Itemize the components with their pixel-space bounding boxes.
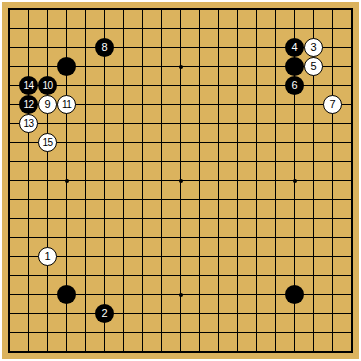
board-point[interactable]	[209, 247, 228, 266]
board-point[interactable]	[133, 171, 152, 190]
board-point[interactable]	[57, 114, 76, 133]
board-point[interactable]	[19, 152, 38, 171]
board-point[interactable]	[0, 19, 19, 38]
board-point[interactable]	[95, 228, 114, 247]
board-point[interactable]	[57, 323, 76, 342]
board-point[interactable]	[304, 133, 323, 152]
board-point[interactable]	[190, 57, 209, 76]
board-point[interactable]	[57, 133, 76, 152]
board-point[interactable]	[304, 76, 323, 95]
board-point[interactable]	[209, 76, 228, 95]
board-point[interactable]	[0, 0, 19, 19]
board-point[interactable]	[114, 266, 133, 285]
board-point[interactable]	[171, 133, 190, 152]
board-point[interactable]	[190, 190, 209, 209]
board-point[interactable]	[95, 95, 114, 114]
board-point[interactable]	[19, 285, 38, 304]
board-point[interactable]	[266, 323, 285, 342]
board-point[interactable]	[152, 171, 171, 190]
board-point[interactable]	[114, 0, 133, 19]
board-point[interactable]	[266, 190, 285, 209]
board-point[interactable]	[247, 285, 266, 304]
board-point[interactable]	[190, 285, 209, 304]
board-point[interactable]	[209, 171, 228, 190]
board-point[interactable]	[228, 323, 247, 342]
board-point[interactable]	[19, 133, 38, 152]
board-point[interactable]	[342, 0, 361, 19]
board-point[interactable]	[133, 285, 152, 304]
board-point[interactable]	[247, 171, 266, 190]
board-point[interactable]	[285, 114, 304, 133]
board-point[interactable]	[76, 114, 95, 133]
board-point[interactable]	[95, 266, 114, 285]
board-point[interactable]	[228, 342, 247, 361]
board-point[interactable]	[0, 323, 19, 342]
board-point[interactable]	[228, 190, 247, 209]
board-point[interactable]	[114, 114, 133, 133]
board-point[interactable]	[247, 266, 266, 285]
board-point[interactable]	[228, 133, 247, 152]
board-point[interactable]	[247, 114, 266, 133]
board-point[interactable]	[76, 95, 95, 114]
board-point[interactable]	[342, 19, 361, 38]
board-point[interactable]	[0, 38, 19, 57]
board-point[interactable]	[190, 209, 209, 228]
board-point[interactable]	[38, 304, 57, 323]
board-point[interactable]	[266, 38, 285, 57]
board-point[interactable]	[152, 38, 171, 57]
board-point[interactable]	[285, 247, 304, 266]
board-point[interactable]	[342, 190, 361, 209]
board-point[interactable]	[171, 304, 190, 323]
board-point[interactable]	[152, 190, 171, 209]
board-point[interactable]	[114, 57, 133, 76]
board-point[interactable]	[19, 228, 38, 247]
board-point[interactable]	[247, 19, 266, 38]
board-point[interactable]	[304, 0, 323, 19]
board-point[interactable]	[342, 285, 361, 304]
board-point[interactable]	[38, 285, 57, 304]
board-point[interactable]	[0, 95, 19, 114]
board-point[interactable]	[114, 323, 133, 342]
board-point[interactable]	[0, 171, 19, 190]
board-point[interactable]	[57, 304, 76, 323]
board-point[interactable]	[133, 38, 152, 57]
board-point[interactable]	[304, 190, 323, 209]
board-point[interactable]	[285, 190, 304, 209]
board-point[interactable]	[152, 133, 171, 152]
board-point[interactable]	[133, 19, 152, 38]
board-point[interactable]	[152, 228, 171, 247]
board-point[interactable]	[266, 209, 285, 228]
board-point[interactable]	[95, 247, 114, 266]
board-point[interactable]	[38, 342, 57, 361]
board-point[interactable]	[323, 190, 342, 209]
board-point[interactable]	[38, 323, 57, 342]
board-point[interactable]	[228, 285, 247, 304]
board-point[interactable]	[171, 171, 190, 190]
board-point[interactable]	[152, 152, 171, 171]
board-point[interactable]	[209, 266, 228, 285]
board-point[interactable]	[76, 266, 95, 285]
board-point[interactable]	[190, 114, 209, 133]
board-point[interactable]	[266, 285, 285, 304]
board-point[interactable]	[342, 57, 361, 76]
board-point[interactable]	[152, 247, 171, 266]
board-point[interactable]	[247, 38, 266, 57]
board-point[interactable]	[57, 152, 76, 171]
board-point[interactable]	[114, 76, 133, 95]
board-point[interactable]	[57, 228, 76, 247]
board-point[interactable]	[76, 228, 95, 247]
board-point[interactable]	[266, 76, 285, 95]
board-point[interactable]	[285, 19, 304, 38]
board-point[interactable]	[228, 76, 247, 95]
board-point[interactable]	[19, 57, 38, 76]
board-point[interactable]	[247, 57, 266, 76]
board-point[interactable]	[152, 266, 171, 285]
board-point[interactable]	[0, 114, 19, 133]
board-point[interactable]	[247, 152, 266, 171]
board-point[interactable]	[266, 342, 285, 361]
board-point[interactable]	[209, 114, 228, 133]
board-point[interactable]	[152, 323, 171, 342]
board-point[interactable]	[114, 228, 133, 247]
board-point[interactable]	[19, 171, 38, 190]
board-point[interactable]	[304, 171, 323, 190]
board-point[interactable]	[342, 228, 361, 247]
board-point[interactable]	[38, 209, 57, 228]
board-point[interactable]	[323, 209, 342, 228]
board-point[interactable]	[171, 76, 190, 95]
board-point[interactable]	[57, 190, 76, 209]
board-point[interactable]	[114, 133, 133, 152]
board-point[interactable]	[323, 0, 342, 19]
board-point[interactable]	[76, 285, 95, 304]
board-point[interactable]	[171, 19, 190, 38]
board-point[interactable]	[228, 38, 247, 57]
board-point[interactable]	[247, 76, 266, 95]
board-point[interactable]	[228, 266, 247, 285]
board-point[interactable]	[190, 266, 209, 285]
board-point[interactable]	[114, 285, 133, 304]
board-point[interactable]	[342, 152, 361, 171]
board-point[interactable]	[342, 171, 361, 190]
board-point[interactable]	[95, 285, 114, 304]
board-point[interactable]	[342, 38, 361, 57]
board-point[interactable]	[342, 304, 361, 323]
board-point[interactable]	[285, 171, 304, 190]
board-point[interactable]	[228, 209, 247, 228]
board-point[interactable]	[342, 323, 361, 342]
board-point[interactable]	[38, 171, 57, 190]
board-point[interactable]	[57, 0, 76, 19]
board-point[interactable]	[133, 76, 152, 95]
board-point[interactable]	[114, 209, 133, 228]
board-point[interactable]	[76, 57, 95, 76]
board-point[interactable]	[171, 95, 190, 114]
board-point[interactable]	[152, 285, 171, 304]
board-point[interactable]	[152, 19, 171, 38]
board-point[interactable]	[304, 323, 323, 342]
board-point[interactable]	[247, 247, 266, 266]
board-point[interactable]	[133, 304, 152, 323]
board-point[interactable]	[133, 57, 152, 76]
board-point[interactable]	[285, 266, 304, 285]
board-point[interactable]	[114, 247, 133, 266]
board-point[interactable]	[266, 133, 285, 152]
board-point[interactable]	[285, 209, 304, 228]
board-point[interactable]	[57, 171, 76, 190]
board-point[interactable]	[57, 342, 76, 361]
board-point[interactable]	[133, 152, 152, 171]
board-point[interactable]	[209, 38, 228, 57]
board-point[interactable]	[0, 57, 19, 76]
board-point[interactable]	[19, 342, 38, 361]
board-point[interactable]	[76, 133, 95, 152]
board-point[interactable]	[247, 209, 266, 228]
board-point[interactable]	[285, 228, 304, 247]
board-point[interactable]	[114, 342, 133, 361]
board-point[interactable]	[57, 247, 76, 266]
board-point[interactable]	[190, 95, 209, 114]
board-point[interactable]	[247, 342, 266, 361]
board-point[interactable]	[0, 247, 19, 266]
board-point[interactable]	[323, 171, 342, 190]
board-point[interactable]	[171, 342, 190, 361]
board-point[interactable]	[266, 304, 285, 323]
board-point[interactable]	[304, 114, 323, 133]
board-point[interactable]	[342, 114, 361, 133]
board-point[interactable]	[304, 342, 323, 361]
board-point[interactable]	[133, 266, 152, 285]
board-point[interactable]	[342, 133, 361, 152]
board-point[interactable]	[323, 38, 342, 57]
board-point[interactable]	[171, 228, 190, 247]
board-point[interactable]	[133, 95, 152, 114]
board-point[interactable]	[38, 57, 57, 76]
board-point[interactable]	[95, 323, 114, 342]
board-point[interactable]	[304, 19, 323, 38]
board-point[interactable]	[76, 323, 95, 342]
board-point[interactable]	[323, 304, 342, 323]
board-point[interactable]	[76, 190, 95, 209]
board-point[interactable]	[304, 285, 323, 304]
board-point[interactable]	[209, 228, 228, 247]
board-point[interactable]	[190, 133, 209, 152]
board-point[interactable]	[171, 152, 190, 171]
board-point[interactable]	[76, 76, 95, 95]
board-point[interactable]	[76, 38, 95, 57]
board-point[interactable]	[152, 209, 171, 228]
board-point[interactable]	[209, 342, 228, 361]
board-point[interactable]	[266, 57, 285, 76]
board-point[interactable]	[152, 76, 171, 95]
board-point[interactable]	[190, 342, 209, 361]
board-point[interactable]	[209, 152, 228, 171]
board-point[interactable]	[57, 209, 76, 228]
board-point[interactable]	[247, 95, 266, 114]
board-point[interactable]	[266, 19, 285, 38]
board-point[interactable]	[95, 171, 114, 190]
board-point[interactable]	[0, 190, 19, 209]
board-point[interactable]	[0, 266, 19, 285]
board-point[interactable]	[95, 57, 114, 76]
board-point[interactable]	[209, 190, 228, 209]
board-point[interactable]	[171, 247, 190, 266]
board-point[interactable]	[209, 0, 228, 19]
board-point[interactable]	[38, 38, 57, 57]
board-point[interactable]	[133, 247, 152, 266]
board-point[interactable]	[19, 266, 38, 285]
board-point[interactable]	[114, 95, 133, 114]
board-point[interactable]	[95, 114, 114, 133]
board-point[interactable]	[247, 228, 266, 247]
board-point[interactable]	[0, 209, 19, 228]
board-point[interactable]	[228, 57, 247, 76]
board-point[interactable]	[228, 152, 247, 171]
board-point[interactable]	[76, 0, 95, 19]
board-point[interactable]	[209, 95, 228, 114]
board-point[interactable]	[95, 152, 114, 171]
board-point[interactable]	[171, 190, 190, 209]
board-point[interactable]	[38, 0, 57, 19]
board-point[interactable]	[323, 285, 342, 304]
board-point[interactable]	[209, 209, 228, 228]
board-point[interactable]	[190, 304, 209, 323]
board-point[interactable]	[133, 342, 152, 361]
board-point[interactable]	[342, 209, 361, 228]
board-point[interactable]	[228, 114, 247, 133]
board-point[interactable]	[133, 228, 152, 247]
board-point[interactable]	[323, 342, 342, 361]
board-point[interactable]	[171, 57, 190, 76]
board-point[interactable]	[342, 266, 361, 285]
board-point[interactable]	[76, 342, 95, 361]
board-point[interactable]	[95, 76, 114, 95]
board-point[interactable]	[19, 247, 38, 266]
board-point[interactable]	[152, 57, 171, 76]
board-point[interactable]	[190, 76, 209, 95]
board-point[interactable]	[266, 114, 285, 133]
board-point[interactable]	[266, 95, 285, 114]
board-point[interactable]	[285, 304, 304, 323]
board-point[interactable]	[114, 171, 133, 190]
board-point[interactable]	[152, 0, 171, 19]
board-point[interactable]	[95, 19, 114, 38]
board-point[interactable]	[0, 228, 19, 247]
board-point[interactable]	[152, 95, 171, 114]
board-point[interactable]	[95, 209, 114, 228]
board-point[interactable]	[95, 0, 114, 19]
board-point[interactable]	[19, 304, 38, 323]
board-point[interactable]	[95, 190, 114, 209]
board-point[interactable]	[57, 76, 76, 95]
board-point[interactable]	[323, 19, 342, 38]
board-point[interactable]	[342, 342, 361, 361]
board-point[interactable]	[19, 190, 38, 209]
board-point[interactable]	[0, 152, 19, 171]
board-point[interactable]	[171, 209, 190, 228]
board-point[interactable]	[209, 19, 228, 38]
board-point[interactable]	[304, 209, 323, 228]
board-point[interactable]	[171, 266, 190, 285]
board-point[interactable]	[152, 304, 171, 323]
board-point[interactable]	[266, 228, 285, 247]
board-point[interactable]	[133, 0, 152, 19]
board-point[interactable]	[0, 76, 19, 95]
board-point[interactable]	[342, 76, 361, 95]
board-point[interactable]	[247, 304, 266, 323]
board-point[interactable]	[228, 171, 247, 190]
board-point[interactable]	[190, 323, 209, 342]
board-point[interactable]	[38, 266, 57, 285]
board-point[interactable]	[38, 190, 57, 209]
board-point[interactable]	[304, 247, 323, 266]
board-point[interactable]	[19, 19, 38, 38]
board-point[interactable]	[323, 323, 342, 342]
board-point[interactable]	[228, 19, 247, 38]
board-point[interactable]	[266, 247, 285, 266]
board-point[interactable]	[133, 114, 152, 133]
board-point[interactable]	[323, 114, 342, 133]
board-point[interactable]	[228, 247, 247, 266]
board-point[interactable]	[76, 209, 95, 228]
board-point[interactable]	[266, 152, 285, 171]
board-point[interactable]	[57, 38, 76, 57]
board-point[interactable]	[247, 0, 266, 19]
board-point[interactable]	[38, 19, 57, 38]
board-point[interactable]	[171, 285, 190, 304]
board-point[interactable]	[76, 304, 95, 323]
board-point[interactable]	[285, 342, 304, 361]
board-point[interactable]	[114, 19, 133, 38]
board-point[interactable]	[342, 247, 361, 266]
board-point[interactable]	[190, 0, 209, 19]
board-point[interactable]	[19, 323, 38, 342]
board-point[interactable]	[95, 133, 114, 152]
board-point[interactable]	[323, 76, 342, 95]
board-point[interactable]	[95, 342, 114, 361]
board-point[interactable]	[266, 0, 285, 19]
board-point[interactable]	[76, 19, 95, 38]
board-point[interactable]	[57, 266, 76, 285]
board-point[interactable]	[285, 152, 304, 171]
board-point[interactable]	[304, 152, 323, 171]
board-point[interactable]	[190, 171, 209, 190]
board-point[interactable]	[152, 342, 171, 361]
board-point[interactable]	[285, 323, 304, 342]
board-point[interactable]	[133, 323, 152, 342]
board-point[interactable]	[38, 114, 57, 133]
board-point[interactable]	[304, 228, 323, 247]
board-point[interactable]	[247, 323, 266, 342]
board-point[interactable]	[190, 38, 209, 57]
board-point[interactable]	[19, 38, 38, 57]
board-point[interactable]	[76, 152, 95, 171]
board-point[interactable]	[228, 304, 247, 323]
board-point[interactable]	[304, 95, 323, 114]
board-point[interactable]	[76, 247, 95, 266]
board-point[interactable]	[323, 228, 342, 247]
board-point[interactable]	[171, 323, 190, 342]
board-point[interactable]	[114, 304, 133, 323]
board-point[interactable]	[323, 266, 342, 285]
board-point[interactable]	[285, 0, 304, 19]
board-point[interactable]	[304, 304, 323, 323]
board-point[interactable]	[285, 95, 304, 114]
board-point[interactable]	[114, 190, 133, 209]
